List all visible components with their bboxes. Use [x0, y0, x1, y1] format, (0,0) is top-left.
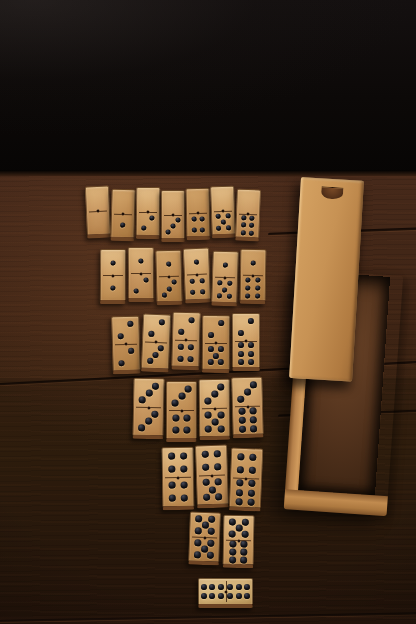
pip — [178, 392, 185, 399]
pip — [138, 258, 143, 263]
pip — [181, 495, 188, 502]
pip — [190, 278, 195, 283]
pip — [194, 259, 199, 264]
pip — [251, 260, 256, 265]
tile-half-6 — [199, 579, 226, 604]
tile-half-2 — [137, 211, 159, 235]
pip — [172, 280, 177, 285]
pip — [218, 584, 224, 590]
pip — [248, 480, 255, 487]
pip — [240, 541, 247, 548]
pip — [241, 215, 246, 220]
pip — [118, 360, 124, 366]
pip — [244, 388, 251, 395]
domino-5-5[interactable] — [188, 511, 221, 565]
pip — [244, 593, 250, 599]
domino-row-suit-3 — [133, 379, 263, 440]
domino-1-1[interactable] — [100, 249, 126, 304]
pip — [172, 414, 179, 421]
pip — [150, 216, 155, 221]
pip — [238, 359, 244, 365]
pip — [238, 342, 244, 348]
tile-half-3 — [162, 214, 184, 238]
pip — [215, 478, 222, 485]
divider-pin — [244, 339, 247, 342]
divider-pin — [184, 338, 187, 341]
divider-pin — [210, 474, 213, 477]
tile-half-0 — [112, 190, 135, 214]
pip — [120, 223, 125, 228]
tile-half-3 — [133, 407, 163, 436]
pip — [201, 593, 207, 599]
pip — [238, 351, 244, 357]
pip — [238, 408, 245, 415]
divider-pin — [223, 276, 226, 279]
pip — [247, 498, 254, 505]
divider-pin — [224, 590, 227, 593]
tile-half-1 — [156, 251, 181, 277]
pip — [236, 593, 242, 599]
divider-pin — [214, 341, 217, 344]
pip — [208, 332, 214, 338]
pip — [166, 230, 171, 235]
pip — [168, 452, 175, 459]
pip — [237, 466, 244, 473]
domino-photo-scene — [0, 0, 416, 624]
pip — [218, 359, 224, 365]
divider-pin — [195, 273, 198, 276]
pip — [227, 293, 232, 298]
domino-2-6[interactable] — [232, 313, 260, 371]
pip — [229, 518, 236, 525]
pip — [207, 528, 214, 535]
divider-pin — [121, 212, 124, 215]
divider-pin — [111, 274, 114, 277]
pip — [209, 593, 215, 599]
pip — [181, 481, 188, 488]
pip — [143, 277, 148, 282]
tile-divider — [103, 275, 123, 276]
pip — [201, 584, 207, 590]
divider-pin — [237, 539, 240, 542]
pip — [180, 452, 187, 459]
pip — [249, 453, 256, 460]
pip — [200, 216, 205, 221]
tile-half-1 — [184, 249, 209, 275]
pip — [202, 464, 209, 471]
pip — [188, 356, 194, 362]
pip — [177, 356, 183, 362]
pip — [222, 287, 227, 292]
domino-row-suit-0 — [86, 188, 260, 240]
tile-half-0 — [162, 191, 184, 215]
pip — [236, 584, 242, 590]
domino-row-suit-2 — [112, 314, 260, 372]
pip — [244, 584, 250, 590]
pip — [226, 225, 231, 230]
pip — [227, 593, 233, 599]
tile-half-6 — [230, 477, 261, 507]
pip — [217, 281, 222, 286]
pip — [215, 493, 222, 500]
pip — [206, 552, 213, 559]
pip — [236, 498, 243, 505]
domino-0-4[interactable] — [186, 188, 211, 240]
pip — [255, 293, 260, 298]
domino-4-6[interactable] — [229, 447, 264, 511]
pip — [249, 223, 254, 228]
domino-1-3[interactable] — [155, 250, 182, 306]
pip — [238, 396, 245, 403]
tile-half-4 — [167, 410, 196, 438]
divider-pin — [213, 407, 216, 410]
pip — [240, 556, 247, 563]
domino-4-5[interactable] — [195, 445, 229, 509]
pip — [208, 516, 215, 523]
pip — [218, 593, 224, 599]
pip — [111, 260, 116, 265]
pip — [203, 493, 210, 500]
pip — [200, 227, 205, 232]
tile-half-0 — [86, 187, 109, 211]
tile-half-5 — [212, 210, 235, 234]
pip — [159, 320, 165, 326]
tile-half-1 — [241, 250, 265, 275]
pip — [134, 289, 139, 294]
divider-pin — [251, 274, 254, 277]
tile-half-5 — [189, 536, 219, 561]
pip — [237, 453, 244, 460]
pip — [184, 427, 191, 434]
pip — [239, 425, 246, 432]
pip — [207, 540, 214, 547]
pip — [217, 383, 224, 390]
tile-half-2 — [173, 313, 200, 340]
tile-divider — [205, 342, 227, 343]
pip — [248, 318, 254, 324]
pip — [172, 427, 179, 434]
tile-half-0 — [137, 188, 159, 212]
tile-divider — [139, 211, 157, 212]
tile-half-4 — [185, 274, 210, 300]
background-wall — [0, 0, 416, 176]
pip — [229, 556, 236, 563]
divider-pin — [147, 406, 150, 409]
pip — [201, 521, 208, 528]
pip — [200, 289, 205, 294]
pip — [211, 390, 218, 397]
pip — [180, 466, 187, 473]
tile-half-5 — [212, 277, 237, 303]
pip — [250, 425, 257, 432]
divider-pin — [203, 536, 206, 539]
pip — [188, 344, 194, 350]
tile-half-1 — [101, 250, 125, 275]
domino-1-2[interactable] — [128, 247, 154, 302]
pip — [172, 399, 179, 406]
pip — [194, 551, 201, 558]
pip — [148, 331, 154, 337]
tile-half-6 — [233, 406, 263, 435]
pip — [178, 329, 184, 335]
pip — [250, 416, 257, 423]
pip — [217, 425, 224, 432]
domino-2-3[interactable] — [141, 313, 171, 372]
tile-half-6 — [236, 213, 259, 237]
tile-half-4 — [163, 448, 193, 477]
pip — [147, 358, 153, 364]
domino-6-6[interactable] — [198, 578, 253, 608]
domino-4-4[interactable] — [162, 447, 195, 510]
divider-pin — [139, 272, 142, 275]
pip — [151, 411, 158, 418]
pip — [239, 417, 246, 424]
tile-half-0 — [187, 189, 209, 213]
divider-pin — [167, 275, 170, 278]
domino-1-6[interactable] — [240, 249, 267, 304]
pip — [169, 481, 176, 488]
pip — [241, 222, 246, 227]
pip — [223, 262, 228, 267]
domino-2-4[interactable] — [171, 312, 201, 371]
pip — [246, 277, 251, 282]
pip — [249, 467, 256, 474]
pip — [241, 519, 248, 526]
pip — [241, 531, 248, 538]
pip — [189, 317, 195, 323]
divider-pin — [246, 212, 249, 215]
pip — [246, 285, 251, 290]
tile-half-1 — [111, 213, 134, 237]
tile-half-4 — [187, 212, 209, 236]
pip — [238, 330, 244, 336]
pip — [250, 407, 257, 414]
domino-3-4[interactable] — [166, 381, 197, 442]
pip — [213, 353, 219, 359]
tile-divider — [169, 410, 194, 411]
pip — [167, 286, 172, 291]
pip — [145, 417, 152, 424]
domino-row-suit-5 — [189, 514, 254, 567]
domino-0-5[interactable] — [210, 186, 236, 239]
pip — [169, 495, 176, 502]
domino-0-3[interactable] — [161, 190, 185, 242]
pip — [202, 479, 209, 486]
pip — [110, 285, 115, 290]
tile-half-6 — [233, 340, 259, 367]
tile-divider — [131, 273, 151, 274]
pip — [255, 277, 260, 282]
pip — [195, 539, 202, 546]
tile-half-2 — [113, 343, 140, 370]
tile-half-3 — [167, 382, 196, 410]
pip — [191, 227, 196, 232]
pip — [145, 389, 152, 396]
tile-half-6 — [225, 579, 252, 604]
tile-half-2 — [233, 314, 259, 341]
pip — [221, 220, 226, 225]
domino-0-6[interactable] — [235, 189, 261, 242]
divider-pin — [146, 210, 149, 213]
pip — [248, 351, 254, 357]
pip — [217, 411, 224, 418]
tile-half-5 — [190, 513, 220, 538]
pip — [205, 426, 212, 433]
pip — [138, 424, 145, 431]
tile-half-6 — [224, 540, 253, 565]
pip — [175, 218, 180, 223]
domino-5-6[interactable] — [222, 515, 254, 569]
pip — [178, 343, 184, 349]
pip — [151, 383, 158, 390]
domino-0-0[interactable] — [85, 186, 111, 239]
tile-half-4 — [163, 477, 193, 506]
pip — [166, 261, 171, 266]
divider-pin — [180, 409, 183, 412]
pip — [191, 216, 196, 221]
domino-2-5[interactable] — [202, 315, 231, 373]
domino-0-1[interactable] — [110, 189, 135, 242]
pip — [202, 450, 209, 457]
domino-3-5[interactable] — [199, 379, 231, 440]
divider-pin — [221, 209, 224, 212]
domino-2-2[interactable] — [111, 316, 141, 375]
pip — [201, 545, 208, 552]
pip — [217, 293, 222, 298]
divider-pin — [176, 476, 179, 479]
tile-half-1 — [213, 252, 238, 278]
pip — [248, 342, 254, 348]
pip — [225, 214, 230, 219]
domino-3-3[interactable] — [132, 378, 164, 440]
pip — [195, 515, 202, 522]
tile-half-2 — [112, 317, 139, 344]
tile-half-4 — [172, 339, 199, 366]
tile-half-3 — [142, 341, 169, 369]
pip — [249, 230, 254, 235]
tile-half-0 — [237, 190, 260, 214]
divider-pin — [244, 477, 247, 480]
pip — [229, 530, 236, 537]
pip — [214, 463, 221, 470]
tile-half-2 — [129, 273, 153, 298]
divider-pin — [124, 342, 127, 345]
tile-half-6 — [241, 275, 265, 300]
pip — [229, 548, 236, 555]
pip — [241, 230, 246, 235]
pip — [235, 524, 242, 531]
divider-pin — [246, 405, 249, 408]
pip — [209, 584, 215, 590]
pip — [249, 215, 254, 220]
pip — [139, 396, 146, 403]
tile-half-4 — [196, 446, 227, 476]
pip — [218, 346, 224, 352]
pip — [229, 541, 236, 548]
pip — [168, 466, 175, 473]
pip — [205, 398, 212, 405]
pip — [248, 359, 254, 365]
pip — [158, 345, 164, 351]
tile-half-2 — [143, 314, 170, 342]
pip — [117, 333, 123, 339]
domino-1-4[interactable] — [183, 248, 211, 304]
pip — [248, 489, 255, 496]
tile-divider — [225, 581, 226, 602]
tile-divider — [235, 340, 257, 341]
pip — [162, 292, 167, 297]
tile-half-5 — [203, 342, 229, 369]
lid-thumb-notch — [320, 186, 343, 199]
pip — [216, 226, 221, 231]
tile-half-2 — [203, 316, 229, 343]
tile-half-3 — [232, 378, 262, 407]
domino-1-5[interactable] — [211, 251, 239, 307]
domino-row-suit-6 — [198, 578, 253, 608]
pip — [152, 352, 158, 358]
tile-half-5 — [197, 475, 228, 505]
pip — [205, 412, 212, 419]
pip — [255, 285, 260, 290]
tile-half-1 — [129, 248, 153, 273]
tile-half-3 — [157, 276, 182, 302]
domino-row-suit-4 — [162, 446, 262, 509]
pip — [237, 479, 244, 486]
tile-half-3 — [200, 380, 229, 408]
divider-pin — [196, 211, 199, 214]
pip — [128, 348, 134, 354]
pip — [246, 293, 251, 298]
domino-0-2[interactable] — [136, 187, 161, 239]
tile-divider — [164, 214, 182, 215]
pip — [227, 584, 233, 590]
pip — [240, 549, 247, 556]
pip — [211, 418, 218, 425]
domino-3-6[interactable] — [231, 377, 264, 439]
domino-box-lid[interactable] — [289, 177, 364, 381]
divider-pin — [171, 213, 174, 216]
divider-pin — [96, 209, 99, 212]
pip — [236, 489, 243, 496]
domino-row-suit-1 — [100, 249, 266, 304]
pip — [209, 486, 216, 493]
tile-half-4 — [231, 448, 262, 478]
pip — [207, 346, 213, 352]
pip — [171, 224, 176, 229]
pip — [199, 278, 204, 283]
pip — [184, 414, 191, 421]
tile-half-1 — [101, 275, 125, 300]
pip — [227, 281, 232, 286]
tile-half-3 — [134, 379, 164, 408]
pip — [127, 321, 133, 327]
pip — [218, 320, 224, 326]
tile-half-5 — [224, 516, 253, 541]
pip — [190, 290, 195, 295]
tile-half-5 — [200, 408, 229, 436]
pip — [207, 359, 213, 365]
pip — [214, 450, 221, 457]
tile-half-0 — [211, 187, 234, 211]
pip — [216, 214, 221, 219]
pip — [184, 386, 191, 393]
pip — [249, 381, 256, 388]
pip — [141, 226, 146, 231]
tile-half-0 — [87, 210, 110, 234]
pip — [195, 527, 202, 534]
